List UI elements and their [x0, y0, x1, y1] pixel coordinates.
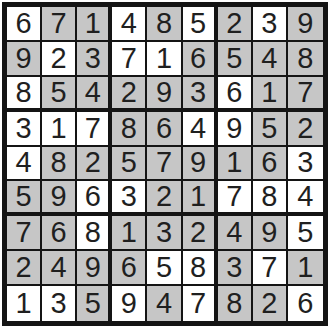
cell-r5c2[interactable]: 8: [42, 147, 77, 182]
sudoku-board-frame: 6714852399237165488542936173178649524825…: [0, 0, 330, 328]
cell-r4c2[interactable]: 1: [42, 112, 77, 147]
cell-r3c9[interactable]: 7: [288, 77, 323, 112]
cell-r8c4[interactable]: 6: [112, 251, 147, 286]
cell-r2c9[interactable]: 8: [288, 42, 323, 77]
cell-r9c2[interactable]: 3: [42, 286, 77, 321]
cell-r8c8[interactable]: 7: [253, 251, 288, 286]
cell-r5c5[interactable]: 7: [147, 147, 182, 182]
cell-r4c3[interactable]: 7: [77, 112, 112, 147]
cell-r4c9[interactable]: 2: [288, 112, 323, 147]
cell-r4c8[interactable]: 5: [253, 112, 288, 147]
cell-r5c4[interactable]: 5: [112, 147, 147, 182]
cell-r1c1[interactable]: 6: [7, 7, 42, 42]
cell-r3c5[interactable]: 9: [147, 77, 182, 112]
cell-r1c6[interactable]: 5: [183, 7, 218, 42]
cell-r8c2[interactable]: 4: [42, 251, 77, 286]
cell-r5c3[interactable]: 2: [77, 147, 112, 182]
cell-r7c5[interactable]: 3: [147, 216, 182, 251]
cell-r4c4[interactable]: 8: [112, 112, 147, 147]
cell-r9c1[interactable]: 1: [7, 286, 42, 321]
cell-r9c9[interactable]: 6: [288, 286, 323, 321]
cell-r2c1[interactable]: 9: [7, 42, 42, 77]
cell-r2c5[interactable]: 1: [147, 42, 182, 77]
cell-r9c4[interactable]: 9: [112, 286, 147, 321]
cell-r2c3[interactable]: 3: [77, 42, 112, 77]
cell-r3c6[interactable]: 3: [183, 77, 218, 112]
cell-r1c4[interactable]: 4: [112, 7, 147, 42]
cell-r4c6[interactable]: 4: [183, 112, 218, 147]
cell-r7c2[interactable]: 6: [42, 216, 77, 251]
cell-r9c3[interactable]: 5: [77, 286, 112, 321]
cell-r6c5[interactable]: 2: [147, 181, 182, 216]
cell-r6c8[interactable]: 8: [253, 181, 288, 216]
cell-r8c6[interactable]: 8: [183, 251, 218, 286]
cell-r9c5[interactable]: 4: [147, 286, 182, 321]
cell-r9c7[interactable]: 8: [218, 286, 253, 321]
cell-r2c8[interactable]: 4: [253, 42, 288, 77]
cell-r3c1[interactable]: 8: [7, 77, 42, 112]
cell-r8c9[interactable]: 1: [288, 251, 323, 286]
cell-r9c6[interactable]: 7: [183, 286, 218, 321]
cell-r7c9[interactable]: 5: [288, 216, 323, 251]
cell-r3c2[interactable]: 5: [42, 77, 77, 112]
cell-r6c4[interactable]: 3: [112, 181, 147, 216]
cell-r1c3[interactable]: 1: [77, 7, 112, 42]
sudoku-board: 6714852399237165488542936173178649524825…: [2, 2, 328, 326]
cell-r6c9[interactable]: 4: [288, 181, 323, 216]
cell-r5c9[interactable]: 3: [288, 147, 323, 182]
cell-r1c8[interactable]: 3: [253, 7, 288, 42]
cell-r1c2[interactable]: 7: [42, 7, 77, 42]
cell-r3c3[interactable]: 4: [77, 77, 112, 112]
cell-r3c7[interactable]: 6: [218, 77, 253, 112]
cell-r1c7[interactable]: 2: [218, 7, 253, 42]
cell-r6c6[interactable]: 1: [183, 181, 218, 216]
cell-r7c8[interactable]: 9: [253, 216, 288, 251]
cell-r3c4[interactable]: 2: [112, 77, 147, 112]
cell-r4c5[interactable]: 6: [147, 112, 182, 147]
cell-r6c1[interactable]: 5: [7, 181, 42, 216]
cell-r6c7[interactable]: 7: [218, 181, 253, 216]
cell-r7c3[interactable]: 8: [77, 216, 112, 251]
cell-r5c6[interactable]: 9: [183, 147, 218, 182]
cell-r2c7[interactable]: 5: [218, 42, 253, 77]
cell-r5c1[interactable]: 4: [7, 147, 42, 182]
cell-r8c1[interactable]: 2: [7, 251, 42, 286]
cell-r2c4[interactable]: 7: [112, 42, 147, 77]
cell-r7c4[interactable]: 1: [112, 216, 147, 251]
cell-r3c8[interactable]: 1: [253, 77, 288, 112]
cell-r8c5[interactable]: 5: [147, 251, 182, 286]
cell-r5c8[interactable]: 6: [253, 147, 288, 182]
cell-r8c7[interactable]: 3: [218, 251, 253, 286]
cell-r4c7[interactable]: 9: [218, 112, 253, 147]
cell-r1c5[interactable]: 8: [147, 7, 182, 42]
cell-r6c2[interactable]: 9: [42, 181, 77, 216]
cell-r5c7[interactable]: 1: [218, 147, 253, 182]
cell-r2c6[interactable]: 6: [183, 42, 218, 77]
cell-r9c8[interactable]: 2: [253, 286, 288, 321]
cell-r7c1[interactable]: 7: [7, 216, 42, 251]
cell-r2c2[interactable]: 2: [42, 42, 77, 77]
cell-r6c3[interactable]: 6: [77, 181, 112, 216]
cell-r7c6[interactable]: 2: [183, 216, 218, 251]
cell-r7c7[interactable]: 4: [218, 216, 253, 251]
cell-r8c3[interactable]: 9: [77, 251, 112, 286]
cell-r4c1[interactable]: 3: [7, 112, 42, 147]
cell-r1c9[interactable]: 9: [288, 7, 323, 42]
